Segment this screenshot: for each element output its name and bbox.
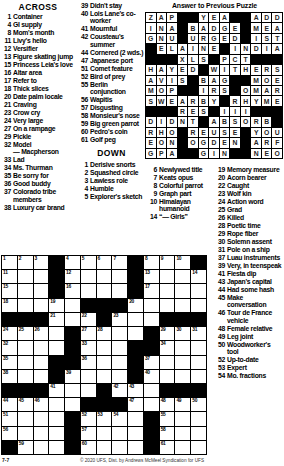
puzzle-black-cell: [144, 341, 159, 354]
clue-text: Pole on a ship: [225, 246, 283, 253]
puzzle-cell[interactable]: 29: [160, 327, 175, 340]
puzzle-cell[interactable]: [112, 327, 127, 340]
answer-cell: O: [262, 128, 272, 137]
cell-number: 7: [113, 256, 115, 262]
puzzle-cell[interactable]: [81, 384, 96, 397]
puzzle-cell[interactable]: [49, 327, 64, 340]
answer-cell: D: [146, 117, 156, 126]
cell-number: 45: [19, 398, 24, 404]
puzzle-cell[interactable]: 58: [160, 427, 175, 440]
clue-text: Newlywed title: [157, 166, 213, 173]
puzzle-cell[interactable]: [175, 441, 190, 454]
across-clue-56: 56Wapitis: [78, 96, 145, 103]
puzzle-cell[interactable]: 43: [128, 384, 143, 397]
puzzle-cell[interactable]: 28: [97, 327, 112, 340]
puzzle-cell[interactable]: [81, 270, 96, 283]
puzzle-cell[interactable]: [34, 427, 49, 440]
puzzle-cell[interactable]: 37: [144, 356, 159, 369]
puzzle-cell[interactable]: [128, 412, 143, 425]
down-clue-9: 9Graph part: [147, 190, 213, 197]
answer-cell: O: [157, 138, 167, 147]
puzzle-cell[interactable]: 49: [175, 398, 190, 411]
puzzle-cell[interactable]: [81, 284, 96, 297]
puzzle-cell[interactable]: [97, 441, 112, 454]
cell-number: 10: [176, 256, 181, 262]
puzzle-cell[interactable]: 5: [81, 256, 96, 269]
down-clue-6: 6Newlywed title: [147, 166, 213, 173]
answer-black-cell: [272, 55, 282, 64]
puzzle-cell[interactable]: [34, 341, 49, 354]
clue-text: Mournful: [88, 25, 145, 32]
clue-text: Bird of prey: [88, 73, 145, 80]
puzzle-cell[interactable]: [128, 427, 143, 440]
puzzle-cell[interactable]: 3: [34, 256, 49, 269]
clue-number: 25: [214, 206, 225, 213]
puzzle-cell[interactable]: [34, 441, 49, 454]
clue-text: Himalayan humanoid: [157, 198, 213, 213]
puzzle-cell[interactable]: [175, 299, 190, 312]
clue-number: 55: [78, 81, 88, 96]
puzzle-cell[interactable]: [112, 370, 127, 383]
puzzle-cell[interactable]: 26: [34, 327, 49, 340]
puzzle-black-cell: [49, 356, 64, 369]
puzzle-cell[interactable]: 55: [160, 412, 175, 425]
puzzle-cell[interactable]: 46: [34, 398, 49, 411]
puzzle-cell[interactable]: 18: [2, 299, 17, 312]
clue-number: 52: [78, 73, 88, 80]
puzzle-black-cell: [81, 398, 96, 411]
puzzle-cell[interactable]: 42: [112, 384, 127, 397]
clue-number: 39: [214, 262, 225, 269]
puzzle-cell[interactable]: [175, 284, 190, 297]
puzzle-cell[interactable]: [112, 270, 127, 283]
puzzle-cell[interactable]: [175, 370, 190, 383]
puzzle-cell[interactable]: 34: [160, 341, 175, 354]
answer-cell: A: [167, 23, 177, 32]
puzzle-cell[interactable]: [97, 284, 112, 297]
cell-number: 24: [3, 327, 8, 333]
puzzle-cell[interactable]: 23: [112, 313, 127, 326]
cell-number: 12: [66, 270, 71, 276]
puzzle-cell[interactable]: 2: [18, 256, 33, 269]
cell-number: 13: [145, 270, 150, 276]
puzzle-cell[interactable]: 31: [191, 327, 206, 340]
answer-cell: N: [157, 34, 167, 43]
answer-cell: E: [262, 149, 272, 158]
clue-number: 34: [2, 164, 11, 171]
puzzle-cell[interactable]: 50: [191, 398, 206, 411]
puzzle-cell[interactable]: [191, 284, 206, 297]
cell-number: 29: [161, 327, 166, 333]
clue-number: 43: [214, 278, 225, 285]
clue-text: Didn't stay: [88, 2, 145, 9]
clue-number: 17: [2, 77, 11, 84]
answer-cell: O: [167, 128, 177, 137]
puzzle-cell[interactable]: [18, 427, 33, 440]
puzzle-cell[interactable]: 52: [81, 412, 96, 425]
clue-number: 36: [2, 180, 11, 187]
puzzle-cell[interactable]: [34, 270, 49, 283]
puzzle-cell[interactable]: [49, 427, 64, 440]
puzzle-cell[interactable]: 40: [144, 370, 159, 383]
answer-cell: I: [230, 44, 240, 53]
answer-black-cell: [188, 86, 198, 95]
puzzle-cell[interactable]: 1: [2, 256, 17, 269]
answer-cell: Y: [167, 65, 177, 74]
puzzle-cell[interactable]: [34, 284, 49, 297]
cell-number: 19: [50, 299, 55, 305]
across-clue-61: 61Golf peg: [78, 136, 145, 143]
puzzle-cell[interactable]: 7: [112, 256, 127, 269]
answer-cell: O: [272, 149, 282, 158]
clue-text: Versifier: [11, 45, 76, 52]
puzzle-cell[interactable]: [128, 441, 143, 454]
puzzle-cell[interactable]: [112, 356, 127, 369]
puzzle-cell[interactable]: [191, 370, 206, 383]
answer-black-cell: [178, 34, 188, 43]
cell-number: 61: [161, 441, 166, 447]
cell-number: 4: [66, 256, 68, 262]
clue-number: 52: [214, 356, 225, 363]
puzzle-cell[interactable]: 21: [49, 313, 64, 326]
puzzle-cell[interactable]: 12: [65, 270, 80, 283]
puzzle-cell[interactable]: [18, 370, 33, 383]
cell-number: 46: [35, 398, 40, 404]
puzzle-cell[interactable]: [112, 284, 127, 297]
puzzle-cell[interactable]: 51: [2, 412, 17, 425]
across-clue-35: 35Be sorry for: [2, 172, 76, 179]
answer-cell: I: [220, 107, 230, 116]
puzzle-cell[interactable]: [34, 412, 49, 425]
answer-cell: S: [220, 128, 230, 137]
puzzle-black-cell: [18, 384, 33, 397]
down-clue-43: 43Japan's capital: [214, 278, 283, 285]
cell-number: 50: [192, 398, 197, 404]
clue-number: 31: [214, 246, 225, 253]
puzzle-cell[interactable]: 24: [2, 327, 17, 340]
puzzle-cell[interactable]: [175, 270, 190, 283]
puzzle-cell[interactable]: 41: [49, 384, 64, 397]
cell-number: 48: [161, 398, 166, 404]
cell-number: 42: [113, 384, 118, 390]
across-clue-33: 33Lad: [2, 156, 76, 163]
puzzle-cell[interactable]: [160, 299, 175, 312]
puzzle-cell[interactable]: [191, 427, 206, 440]
puzzle-cell[interactable]: 35: [2, 356, 17, 369]
puzzle-cell[interactable]: 30: [175, 327, 190, 340]
puzzle-cell[interactable]: 8: [144, 256, 159, 269]
puzzle-cell[interactable]: [191, 412, 206, 425]
clue-text: Wolf kin: [225, 190, 283, 197]
clue-text: Refer to: [11, 77, 76, 84]
clue-text: Lad: [11, 156, 76, 163]
answer-cell: I: [199, 86, 209, 95]
cell-number: 26: [35, 327, 40, 333]
clue-number: 4: [78, 185, 88, 192]
puzzle-cell[interactable]: [18, 341, 33, 354]
answer-cell: E: [209, 13, 219, 22]
puzzle-cell[interactable]: [65, 398, 80, 411]
answer-black-cell: [251, 107, 261, 116]
puzzle-black-cell: [128, 256, 143, 269]
puzzle-black-cell: [160, 384, 175, 397]
answer-panel-title: Answer to Previous Puzzle: [145, 2, 284, 9]
puzzle-cell[interactable]: [97, 270, 112, 283]
puzzle-cell[interactable]: 57: [81, 427, 96, 440]
puzzle-cell[interactable]: 39: [65, 370, 80, 383]
clue-text: Pickle: [11, 133, 76, 140]
answer-black-cell: [199, 65, 209, 74]
puzzle-cell[interactable]: [97, 427, 112, 440]
answer-cell: W: [157, 96, 167, 105]
puzzle-cell[interactable]: [34, 356, 49, 369]
clue-text: Humble: [88, 185, 145, 192]
clue-number: 30: [214, 238, 225, 245]
puzzle-cell[interactable]: [128, 327, 143, 340]
puzzle-cell[interactable]: 61: [160, 441, 175, 454]
clue-text: Solemn assent: [225, 238, 283, 245]
puzzle-cell[interactable]: 45: [18, 398, 33, 411]
puzzle-black-cell: [191, 256, 206, 269]
puzzle-cell[interactable]: 47: [128, 398, 143, 411]
clue-number: 41: [214, 270, 225, 277]
cell-number: 21: [50, 313, 55, 319]
puzzle-cell[interactable]: [191, 441, 206, 454]
cell-number: 35: [3, 356, 8, 362]
puzzle-black-cell: [144, 327, 159, 340]
across-clue-59: 59Big green parrot: [78, 120, 145, 127]
puzzle-cell[interactable]: [191, 341, 206, 354]
across-header: ACROSS: [2, 2, 74, 12]
puzzle-cell[interactable]: [144, 313, 159, 326]
cell-number: 25: [19, 327, 24, 333]
clue-number: 60: [78, 128, 88, 135]
puzzle-cell[interactable]: [18, 412, 33, 425]
clue-number: 24: [2, 117, 11, 124]
puzzle-black-cell: [34, 384, 49, 397]
answer-cell: A: [251, 138, 261, 147]
puzzle-cell[interactable]: 44: [2, 398, 17, 411]
puzzle-cell[interactable]: [160, 370, 175, 383]
answer-grid: ZAPYEAADDINABADGEMEAGNUURGEDISTELAINEIND…: [145, 12, 283, 159]
answer-cell: R: [272, 86, 282, 95]
puzzle-cell[interactable]: 22: [81, 313, 96, 326]
puzzle-cell[interactable]: [49, 412, 64, 425]
clue-number: 21: [2, 101, 11, 108]
answer-cell: R: [178, 107, 188, 116]
answer-cell: E: [188, 107, 198, 116]
puzzle-cell[interactable]: [112, 441, 127, 454]
puzzle-cell[interactable]: [18, 356, 33, 369]
clue-number: 13: [2, 53, 11, 60]
answer-cell: E: [262, 23, 272, 32]
clue-text: Date palm locale: [11, 93, 76, 100]
answer-black-cell: [178, 13, 188, 22]
puzzle-cell[interactable]: [160, 270, 175, 283]
clue-text: Comet feature: [88, 65, 145, 72]
clue-number: 41: [78, 25, 88, 32]
puzzle-cell[interactable]: 60: [81, 441, 96, 454]
clue-number: 37: [2, 188, 11, 203]
puzzle-cell[interactable]: [175, 341, 190, 354]
puzzle-cell[interactable]: [144, 398, 159, 411]
puzzle-black-cell: [175, 384, 190, 397]
puzzle-cell[interactable]: 59: [18, 441, 33, 454]
clue-number: 5: [78, 193, 88, 200]
puzzle-black-cell: [65, 412, 80, 425]
answer-cell: M: [262, 96, 272, 105]
puzzle-cell[interactable]: 48: [160, 398, 175, 411]
clue-number: 54: [214, 372, 225, 379]
answer-cell: P: [167, 13, 177, 22]
clue-number: 45: [214, 294, 225, 309]
clue-number: 6: [147, 166, 157, 173]
puzzle-cell[interactable]: [144, 299, 159, 312]
puzzle-cell[interactable]: 14: [191, 270, 206, 283]
puzzle-cell[interactable]: [65, 384, 80, 397]
puzzle-cell[interactable]: [191, 356, 206, 369]
down-clue-48: 48Female relative: [214, 325, 283, 332]
puzzle-cell[interactable]: [112, 427, 127, 440]
cell-number: 27: [82, 327, 87, 333]
puzzle-cell[interactable]: [18, 284, 33, 297]
puzzle-cell[interactable]: 53: [97, 412, 112, 425]
clue-text: Fiesta dip: [225, 270, 283, 277]
down-clues-column-3: 19Memory measure20Acorn bearer22Caught23…: [214, 166, 283, 380]
clue-text: Container: [11, 13, 76, 20]
puzzle-cell[interactable]: 9: [160, 256, 175, 269]
puzzle-cell[interactable]: [97, 370, 112, 383]
across-clue-13: 13Figure skating jump: [2, 53, 76, 60]
answer-black-cell: [178, 23, 188, 32]
puzzle-cell[interactable]: [81, 370, 96, 383]
clue-text: Livy's hello: [11, 37, 76, 44]
answer-cell: S: [146, 96, 156, 105]
puzzle-cell[interactable]: 15: [2, 284, 17, 297]
cell-number: 33: [82, 341, 87, 347]
clue-number: 20: [214, 174, 225, 181]
answer-cell: B: [199, 76, 209, 85]
puzzle-date-code: 7-7: [2, 457, 9, 463]
puzzle-cell[interactable]: 16: [65, 284, 80, 297]
down-clue-30: 30Solemn assent: [214, 238, 283, 245]
cell-number: 8: [145, 256, 147, 262]
puzzle-black-cell: [49, 370, 64, 383]
down-header: DOWN: [78, 148, 145, 158]
puzzle-cell[interactable]: 56: [2, 427, 17, 440]
puzzle-cell[interactable]: 38: [2, 370, 17, 383]
answer-cell: A: [262, 86, 272, 95]
puzzle-cell[interactable]: [97, 356, 112, 369]
puzzle-cell[interactable]: [18, 299, 33, 312]
puzzle-cell[interactable]: [191, 299, 206, 312]
cell-number: 44: [3, 398, 8, 404]
answer-black-cell: [241, 13, 251, 22]
down-clue-52: 52Up-to-date: [214, 356, 283, 363]
answer-black-cell: [167, 107, 177, 116]
across-clue-8: 8Mom's month: [2, 29, 76, 36]
clue-text: Leg joint: [225, 333, 283, 340]
puzzle-cell[interactable]: [18, 270, 33, 283]
down-clue-39: 39Very, in teenspeak: [214, 262, 283, 269]
puzzle-cell[interactable]: 11: [2, 270, 17, 283]
clue-text: Crow cry: [11, 109, 76, 116]
puzzle-cell[interactable]: 36: [81, 356, 96, 369]
answer-black-cell: [178, 138, 188, 147]
answer-black-cell: [209, 107, 219, 116]
puzzle-black-cell: [128, 341, 143, 354]
puzzle-cell[interactable]: [34, 370, 49, 383]
puzzle-cell[interactable]: [65, 313, 80, 326]
puzzle-cell[interactable]: 4: [65, 256, 80, 269]
puzzle-cell[interactable]: 10: [175, 256, 190, 269]
down-clue-37: 37Luau instruments: [214, 254, 283, 261]
clue-text: Killed: [225, 214, 283, 221]
answer-cell: N: [167, 138, 177, 147]
clue-text: Had some hash: [225, 286, 283, 293]
answer-cell: P: [167, 86, 177, 95]
across-clue-17: 17Refer to: [2, 77, 76, 84]
clue-text: Expert: [225, 364, 283, 371]
puzzle-cell[interactable]: [160, 356, 175, 369]
puzzle-black-cell: [128, 356, 143, 369]
answer-cell: D: [272, 13, 282, 22]
answer-cell: A: [178, 44, 188, 53]
clue-text: Lawless role: [88, 177, 145, 184]
puzzle-cell[interactable]: 13: [144, 270, 159, 283]
puzzle-cell[interactable]: [160, 284, 175, 297]
cell-number: 6: [98, 256, 100, 262]
clue-text: Wapitis: [88, 96, 145, 103]
puzzle-cell[interactable]: [144, 384, 159, 397]
across-clue-58: 58Monsieur's nose: [78, 112, 145, 119]
across-clue-11: 11Livy's hello: [2, 37, 76, 44]
puzzle-cell[interactable]: 6: [97, 256, 112, 269]
puzzle-cell[interactable]: [175, 356, 190, 369]
puzzle-cell[interactable]: 20: [128, 299, 143, 312]
clue-text: Up-to-date: [225, 356, 283, 363]
puzzle-cell[interactable]: 32: [2, 341, 17, 354]
answer-cell: D: [209, 23, 219, 32]
puzzle-cell[interactable]: [49, 398, 64, 411]
answer-cell: L: [188, 55, 198, 64]
answer-cell: I: [220, 65, 230, 74]
puzzle-cell[interactable]: [175, 412, 190, 425]
down-clue-20: 20Acorn bearer: [214, 174, 283, 181]
puzzle-cell[interactable]: [112, 341, 127, 354]
cell-number: 34: [161, 341, 166, 347]
answer-cell: A: [146, 76, 156, 85]
puzzle-cell[interactable]: 25: [18, 327, 33, 340]
cell-number: 57: [82, 427, 87, 433]
puzzle-cell[interactable]: [97, 341, 112, 354]
puzzle-cell[interactable]: 54: [112, 412, 127, 425]
answer-cell: G: [199, 149, 209, 158]
puzzle-cell[interactable]: 19: [49, 299, 64, 312]
puzzle-cell[interactable]: [49, 341, 64, 354]
puzzle-cell[interactable]: [34, 299, 49, 312]
puzzle-cell[interactable]: [49, 441, 64, 454]
puzzle-cell[interactable]: 33: [81, 341, 96, 354]
puzzle-cell[interactable]: [175, 427, 190, 440]
answer-cell: R: [188, 96, 198, 105]
cell-number: 15: [3, 284, 8, 290]
puzzle-cell[interactable]: 17: [144, 284, 159, 297]
puzzle-cell[interactable]: [128, 313, 143, 326]
puzzle-cell[interactable]: [65, 299, 80, 312]
puzzle-cell[interactable]: 27: [81, 327, 96, 340]
answer-cell: O: [157, 86, 167, 95]
